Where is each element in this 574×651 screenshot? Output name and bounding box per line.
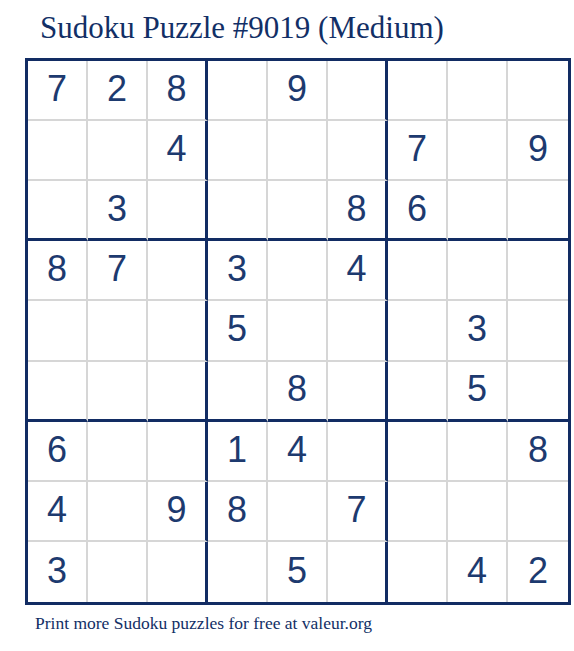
sudoku-cell-r7c3 (148, 422, 208, 482)
sudoku-cell-r9c6 (328, 542, 388, 602)
sudoku-cell-r4c7 (388, 241, 448, 301)
sudoku-cell-r9c7 (388, 542, 448, 602)
sudoku-cell-r8c4: 8 (208, 482, 268, 542)
sudoku-board: 728947938687345385614849873542 (25, 58, 571, 605)
sudoku-cell-r5c4: 5 (208, 301, 268, 361)
sudoku-cell-r6c8: 5 (448, 362, 508, 422)
sudoku-cell-r1c1: 7 (28, 61, 88, 121)
sudoku-cell-r8c2 (88, 482, 148, 542)
sudoku-cell-r4c9 (508, 241, 568, 301)
sudoku-cell-r7c6 (328, 422, 388, 482)
sudoku-cell-r1c3: 8 (148, 61, 208, 121)
sudoku-cell-r3c2: 3 (88, 181, 148, 241)
sudoku-cell-r5c2 (88, 301, 148, 361)
sudoku-cell-r4c1: 8 (28, 241, 88, 301)
sudoku-page: Sudoku Puzzle #9019 (Medium) 72894793868… (0, 0, 574, 651)
sudoku-cell-r9c1: 3 (28, 542, 88, 602)
sudoku-cell-r7c8 (448, 422, 508, 482)
sudoku-cell-r2c2 (88, 121, 148, 181)
sudoku-cell-r6c6 (328, 362, 388, 422)
sudoku-cell-r2c1 (28, 121, 88, 181)
sudoku-cell-r5c8: 3 (448, 301, 508, 361)
sudoku-cell-r6c3 (148, 362, 208, 422)
sudoku-cell-r2c5 (268, 121, 328, 181)
sudoku-cell-r4c5 (268, 241, 328, 301)
sudoku-cell-r1c2: 2 (88, 61, 148, 121)
sudoku-cell-r8c3: 9 (148, 482, 208, 542)
sudoku-cell-r3c5 (268, 181, 328, 241)
sudoku-cell-r7c4: 1 (208, 422, 268, 482)
sudoku-cell-r5c3 (148, 301, 208, 361)
sudoku-cell-r1c4 (208, 61, 268, 121)
sudoku-cell-r8c6: 7 (328, 482, 388, 542)
sudoku-cell-r2c7: 7 (388, 121, 448, 181)
sudoku-cell-r9c4 (208, 542, 268, 602)
sudoku-cell-r2c4 (208, 121, 268, 181)
sudoku-cell-r3c3 (148, 181, 208, 241)
sudoku-cell-r9c5: 5 (268, 542, 328, 602)
sudoku-cell-r9c8: 4 (448, 542, 508, 602)
sudoku-cell-r8c1: 4 (28, 482, 88, 542)
sudoku-cell-r1c8 (448, 61, 508, 121)
sudoku-cell-r1c7 (388, 61, 448, 121)
sudoku-cell-r4c2: 7 (88, 241, 148, 301)
sudoku-cell-r9c9: 2 (508, 542, 568, 602)
sudoku-cell-r6c2 (88, 362, 148, 422)
sudoku-cell-r2c9: 9 (508, 121, 568, 181)
sudoku-cell-r7c1: 6 (28, 422, 88, 482)
sudoku-cell-r7c5: 4 (268, 422, 328, 482)
sudoku-cell-r7c7 (388, 422, 448, 482)
sudoku-cell-r7c9: 8 (508, 422, 568, 482)
sudoku-cell-r4c8 (448, 241, 508, 301)
sudoku-cell-r6c9 (508, 362, 568, 422)
footer-text: Print more Sudoku puzzles for free at va… (35, 613, 372, 634)
sudoku-cell-r3c4 (208, 181, 268, 241)
sudoku-cell-r2c3: 4 (148, 121, 208, 181)
sudoku-cell-r5c1 (28, 301, 88, 361)
page-title: Sudoku Puzzle #9019 (Medium) (40, 10, 444, 46)
sudoku-cell-r5c6 (328, 301, 388, 361)
sudoku-cell-r4c4: 3 (208, 241, 268, 301)
sudoku-cell-r5c5 (268, 301, 328, 361)
sudoku-cell-r3c6: 8 (328, 181, 388, 241)
sudoku-cell-r2c6 (328, 121, 388, 181)
sudoku-cell-r6c4 (208, 362, 268, 422)
sudoku-cell-r8c9 (508, 482, 568, 542)
sudoku-cell-r4c3 (148, 241, 208, 301)
sudoku-cell-r9c2 (88, 542, 148, 602)
sudoku-cell-r3c7: 6 (388, 181, 448, 241)
sudoku-cell-r3c8 (448, 181, 508, 241)
sudoku-cell-r8c5 (268, 482, 328, 542)
sudoku-cell-r3c1 (28, 181, 88, 241)
sudoku-cell-r2c8 (448, 121, 508, 181)
sudoku-cell-r1c9 (508, 61, 568, 121)
sudoku-cell-r8c7 (388, 482, 448, 542)
sudoku-cell-r7c2 (88, 422, 148, 482)
sudoku-cell-r6c1 (28, 362, 88, 422)
sudoku-cell-r1c6 (328, 61, 388, 121)
sudoku-cell-r5c9 (508, 301, 568, 361)
sudoku-cell-r9c3 (148, 542, 208, 602)
sudoku-cell-r1c5: 9 (268, 61, 328, 121)
sudoku-cell-r6c5: 8 (268, 362, 328, 422)
sudoku-cell-r4c6: 4 (328, 241, 388, 301)
sudoku-cell-r3c9 (508, 181, 568, 241)
sudoku-cell-r6c7 (388, 362, 448, 422)
sudoku-cell-r5c7 (388, 301, 448, 361)
sudoku-cell-r8c8 (448, 482, 508, 542)
